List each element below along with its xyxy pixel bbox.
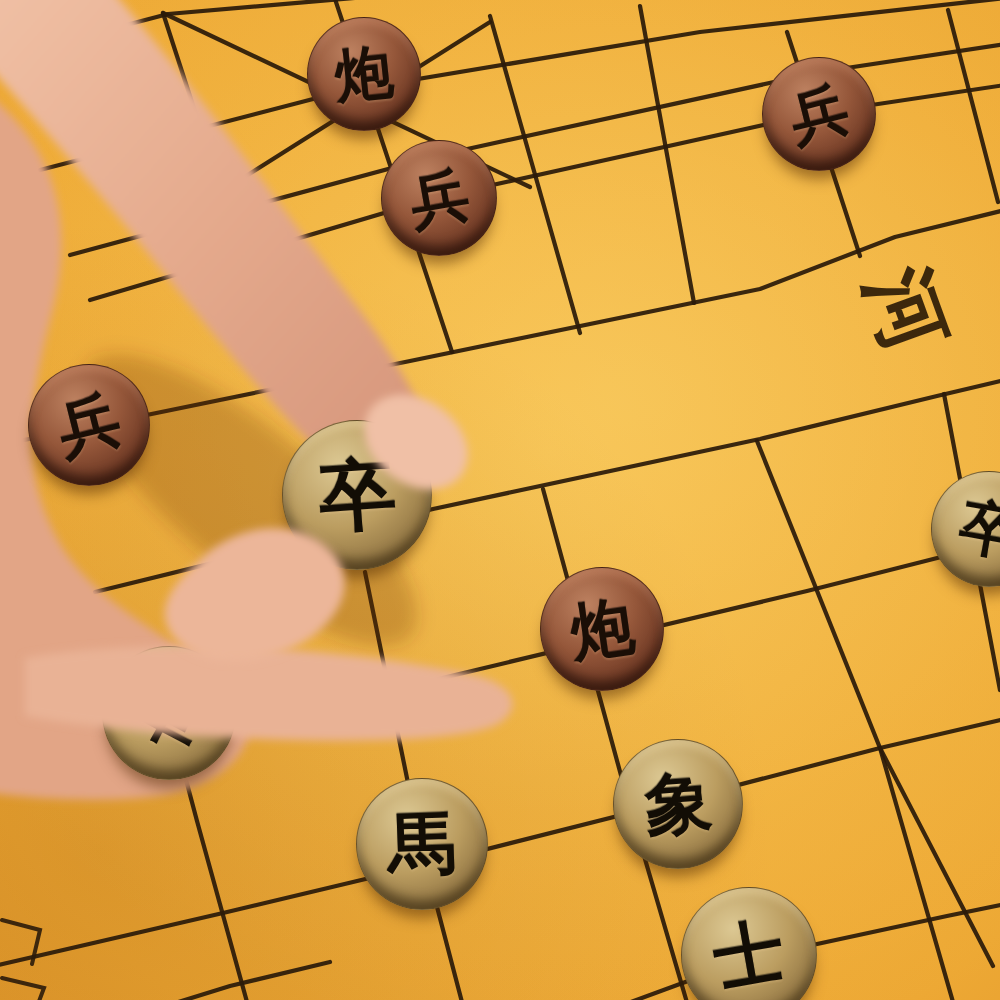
piece-character: 士 (708, 914, 789, 995)
middle-finger (25, 646, 513, 741)
piece-character: 兵 (405, 164, 473, 232)
piece-character: 象 (642, 768, 714, 840)
piece-red-soldier-mid[interactable]: 兵 (381, 140, 497, 256)
river-lower-bank (95, 380, 1000, 592)
xiangqi-board-photo: 河 車 炮兵兵兵卒炮馬象士卒 (0, 0, 1000, 1000)
piece-character: 炮 (566, 593, 637, 664)
river-character: 河 (843, 242, 971, 378)
river-upper-bank (0, 210, 1000, 448)
lower-palace-diagonal (880, 748, 993, 966)
point-marker (2, 920, 40, 964)
piece-red-cannon-advanced[interactable]: 炮 (540, 567, 664, 691)
piece-character: 兵 (51, 387, 126, 462)
piece-character: 馬 (387, 809, 457, 879)
piece-character: 兵 (784, 79, 854, 149)
point-marker (2, 978, 44, 1000)
piece-red-soldier-right[interactable]: 兵 (762, 57, 876, 171)
piece-black-chariot[interactable]: 車 (102, 646, 236, 780)
piece-character: 炮 (332, 42, 396, 106)
piece-black-horse[interactable]: 馬 (356, 778, 488, 910)
piece-character: 車 (122, 666, 215, 759)
piece-red-soldier-left[interactable]: 兵 (28, 364, 150, 486)
piece-red-cannon-top[interactable]: 炮 (307, 17, 421, 131)
file-line (948, 10, 998, 202)
file-line (490, 16, 580, 333)
piece-black-elephant[interactable]: 象 (613, 739, 743, 869)
piece-black-advisor[interactable]: 士 (681, 887, 817, 1000)
piece-black-soldier-held[interactable]: 卒 (282, 420, 432, 570)
file-line (163, 13, 285, 389)
piece-black-soldier-right[interactable]: 卒 (931, 471, 1000, 587)
piece-character: 卒 (955, 495, 1000, 563)
piece-character: 卒 (316, 454, 398, 536)
file-line (640, 6, 694, 303)
rank-line (0, 962, 330, 1000)
